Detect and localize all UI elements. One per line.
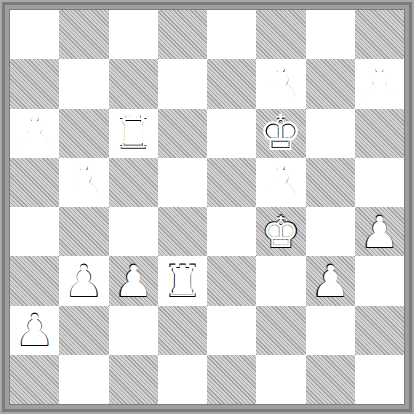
white-pawn: ♟♙: [310, 258, 351, 304]
square-e6[interactable]: [207, 109, 256, 158]
square-f4[interactable]: ♚♔: [256, 207, 305, 256]
square-b3[interactable]: ♟♙: [59, 256, 108, 305]
square-g1[interactable]: [306, 355, 355, 404]
square-f3[interactable]: [256, 256, 305, 305]
square-a7[interactable]: [10, 59, 59, 108]
square-a4[interactable]: [10, 207, 59, 256]
square-h3[interactable]: [355, 256, 404, 305]
black-pawn: ♟♟: [260, 159, 301, 205]
square-h8[interactable]: [355, 10, 404, 59]
square-g4[interactable]: [306, 207, 355, 256]
square-e4[interactable]: [207, 207, 256, 256]
square-f5[interactable]: ♟♟: [256, 158, 305, 207]
square-f1[interactable]: [256, 355, 305, 404]
square-d5[interactable]: [158, 158, 207, 207]
square-d4[interactable]: [158, 207, 207, 256]
square-h4[interactable]: ♟♙: [355, 207, 404, 256]
square-c2[interactable]: [109, 306, 158, 355]
square-c7[interactable]: [109, 59, 158, 108]
square-d6[interactable]: [158, 109, 207, 158]
square-b8[interactable]: [59, 10, 108, 59]
square-d3[interactable]: ♜♖: [158, 256, 207, 305]
square-c1[interactable]: [109, 355, 158, 404]
square-f6[interactable]: ♚♚: [256, 109, 305, 158]
white-king: ♚♔: [260, 209, 301, 255]
square-c3[interactable]: ♟♙: [109, 256, 158, 305]
square-f2[interactable]: [256, 306, 305, 355]
white-pawn: ♟♙: [14, 307, 55, 353]
square-b4[interactable]: [59, 207, 108, 256]
square-c8[interactable]: [109, 10, 158, 59]
square-e1[interactable]: [207, 355, 256, 404]
black-pawn: ♟♟: [359, 61, 400, 107]
square-h7[interactable]: ♟♟: [355, 59, 404, 108]
square-d7[interactable]: [158, 59, 207, 108]
square-g3[interactable]: ♟♙: [306, 256, 355, 305]
square-b1[interactable]: [59, 355, 108, 404]
square-h6[interactable]: [355, 109, 404, 158]
square-b6[interactable]: [59, 109, 108, 158]
square-e8[interactable]: [207, 10, 256, 59]
square-b5[interactable]: ♟♟: [59, 158, 108, 207]
black-pawn: ♟♟: [260, 61, 301, 107]
square-e5[interactable]: [207, 158, 256, 207]
square-f7[interactable]: ♟♟: [256, 59, 305, 108]
black-rook: ♜♜: [113, 110, 154, 156]
square-g5[interactable]: [306, 158, 355, 207]
square-a8[interactable]: [10, 10, 59, 59]
square-e7[interactable]: [207, 59, 256, 108]
square-h5[interactable]: [355, 158, 404, 207]
white-pawn: ♟♙: [359, 209, 400, 255]
square-g7[interactable]: [306, 59, 355, 108]
square-e2[interactable]: [207, 306, 256, 355]
square-b2[interactable]: [59, 306, 108, 355]
square-c4[interactable]: [109, 207, 158, 256]
black-king: ♚♚: [260, 110, 301, 156]
square-a2[interactable]: ♟♙: [10, 306, 59, 355]
square-d1[interactable]: [158, 355, 207, 404]
white-pawn: ♟♙: [63, 258, 104, 304]
square-c5[interactable]: [109, 158, 158, 207]
square-d8[interactable]: [158, 10, 207, 59]
black-pawn: ♟♟: [14, 110, 55, 156]
square-c6[interactable]: ♜♜: [109, 109, 158, 158]
square-a5[interactable]: [10, 158, 59, 207]
black-pawn: ♟♟: [63, 159, 104, 205]
square-f8[interactable]: [256, 10, 305, 59]
square-g6[interactable]: [306, 109, 355, 158]
board-frame: ♟♟♟♟♟♟♜♜♚♚♟♟♟♟♚♔♟♙♟♙♟♙♜♖♟♙♟♙: [0, 0, 414, 414]
square-a3[interactable]: [10, 256, 59, 305]
square-a1[interactable]: [10, 355, 59, 404]
square-h2[interactable]: [355, 306, 404, 355]
square-g2[interactable]: [306, 306, 355, 355]
square-d2[interactable]: [158, 306, 207, 355]
square-h1[interactable]: [355, 355, 404, 404]
white-pawn: ♟♙: [113, 258, 154, 304]
square-a6[interactable]: ♟♟: [10, 109, 59, 158]
square-b7[interactable]: [59, 59, 108, 108]
square-e3[interactable]: [207, 256, 256, 305]
board[interactable]: ♟♟♟♟♟♟♜♜♚♚♟♟♟♟♚♔♟♙♟♙♟♙♜♖♟♙♟♙: [10, 10, 404, 404]
white-rook: ♜♖: [162, 258, 203, 304]
square-g8[interactable]: [306, 10, 355, 59]
